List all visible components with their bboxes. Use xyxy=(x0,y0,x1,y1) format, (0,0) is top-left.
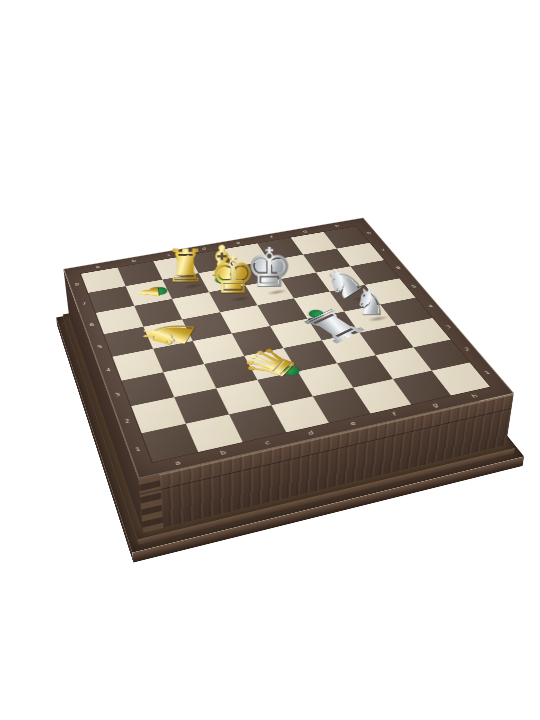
gold-queen-toppled-glyph: ♛ xyxy=(230,341,310,388)
gold-pawn-toppled-glyph: ♟ xyxy=(134,284,164,300)
gold-knight-toppled-glyph: ♞ xyxy=(127,313,208,355)
gold-king-figure-glyph: ♚ xyxy=(210,249,257,301)
gold-rook-column-glyph: ♜ xyxy=(165,243,206,288)
photo-scene: abcdefgh abcdefgh 87654321 87654321 ♜♝♚♚… xyxy=(94,150,446,502)
wooden-chess-box: abcdefgh abcdefgh 87654321 87654321 ♜♝♚♚… xyxy=(63,218,514,479)
finger-joint-corner xyxy=(138,474,163,533)
silver-knight-upright-glyph: ♞ xyxy=(353,282,387,320)
product-photo-canvas: { "game": "chess", "position": { "fen": … xyxy=(0,0,540,720)
